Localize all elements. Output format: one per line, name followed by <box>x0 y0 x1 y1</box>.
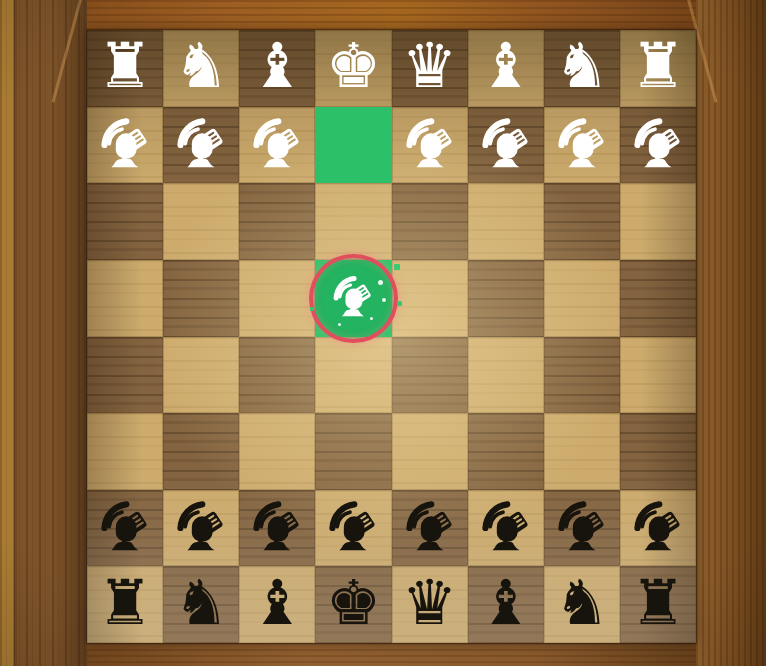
square-f4[interactable] <box>239 260 315 337</box>
black-king: ♚ <box>326 565 382 641</box>
square-g8[interactable]: ♞ <box>163 566 239 643</box>
square-g3[interactable] <box>163 183 239 260</box>
square-e3[interactable] <box>315 183 391 260</box>
board-frame-left <box>0 0 87 666</box>
black-knight: ♞ <box>554 565 610 641</box>
white-rook: ♜ <box>97 28 153 104</box>
white-bishop: ♝ <box>478 28 534 104</box>
white-knight: ♞ <box>554 28 610 104</box>
square-a5[interactable] <box>620 337 696 414</box>
square-d1[interactable]: ♛ <box>392 30 468 107</box>
square-e2[interactable] <box>315 107 391 184</box>
black-pawn-helmet-icon <box>554 500 610 556</box>
black-pawn-helmet-icon <box>402 500 458 556</box>
board-frame-right <box>696 0 766 666</box>
square-a2[interactable] <box>620 107 696 184</box>
white-rook: ♜ <box>630 28 686 104</box>
black-bishop: ♝ <box>478 565 534 641</box>
white-pawn-helmet-icon <box>330 275 376 321</box>
chess-app-screen: ♜♞♝♚♛♝♞♜♜♞♝♚♛♝♞♜ <box>0 0 766 666</box>
square-c2[interactable] <box>468 107 544 184</box>
square-h6[interactable] <box>87 413 163 490</box>
square-e8[interactable]: ♚ <box>315 566 391 643</box>
square-g4[interactable] <box>163 260 239 337</box>
square-a7[interactable] <box>620 490 696 567</box>
black-pawn-helmet-icon <box>173 500 229 556</box>
square-b2[interactable] <box>544 107 620 184</box>
square-a1[interactable]: ♜ <box>620 30 696 107</box>
sparkle <box>378 280 383 285</box>
square-d6[interactable] <box>392 413 468 490</box>
square-f1[interactable]: ♝ <box>239 30 315 107</box>
square-g5[interactable] <box>163 337 239 414</box>
square-h1[interactable]: ♜ <box>87 30 163 107</box>
white-queen: ♛ <box>402 28 458 104</box>
square-d5[interactable] <box>392 337 468 414</box>
square-e7[interactable] <box>315 490 391 567</box>
square-h4[interactable] <box>87 260 163 337</box>
black-pawn-helmet-icon <box>478 500 534 556</box>
square-c5[interactable] <box>468 337 544 414</box>
square-h2[interactable] <box>87 107 163 184</box>
square-g6[interactable] <box>163 413 239 490</box>
white-pawn-helmet-icon <box>249 117 305 173</box>
black-pawn-helmet-icon <box>325 500 381 556</box>
sparkle <box>338 323 341 326</box>
black-pawn-helmet-icon <box>97 500 153 556</box>
square-e1[interactable]: ♚ <box>315 30 391 107</box>
square-e6[interactable] <box>315 413 391 490</box>
square-f8[interactable]: ♝ <box>239 566 315 643</box>
white-king: ♚ <box>326 28 382 104</box>
square-c3[interactable] <box>468 183 544 260</box>
square-f7[interactable] <box>239 490 315 567</box>
square-a3[interactable] <box>620 183 696 260</box>
square-b7[interactable] <box>544 490 620 567</box>
square-f2[interactable] <box>239 107 315 184</box>
black-pawn-helmet-icon <box>249 500 305 556</box>
square-c6[interactable] <box>468 413 544 490</box>
square-d8[interactable]: ♛ <box>392 566 468 643</box>
square-f6[interactable] <box>239 413 315 490</box>
square-e4[interactable] <box>315 260 391 337</box>
square-f3[interactable] <box>239 183 315 260</box>
square-g7[interactable] <box>163 490 239 567</box>
square-b5[interactable] <box>544 337 620 414</box>
sparkle <box>382 298 386 302</box>
black-queen: ♛ <box>402 565 458 641</box>
square-b3[interactable] <box>544 183 620 260</box>
square-h7[interactable] <box>87 490 163 567</box>
white-knight: ♞ <box>173 28 229 104</box>
square-h8[interactable]: ♜ <box>87 566 163 643</box>
square-d3[interactable] <box>392 183 468 260</box>
white-pawn-helmet-icon <box>173 117 229 173</box>
black-rook: ♜ <box>630 565 686 641</box>
black-pawn-helmet-icon <box>630 500 686 556</box>
white-pawn-helmet-icon <box>478 117 534 173</box>
square-b4[interactable] <box>544 260 620 337</box>
square-c1[interactable]: ♝ <box>468 30 544 107</box>
black-knight: ♞ <box>173 565 229 641</box>
black-rook: ♜ <box>97 565 153 641</box>
white-pawn-helmet-icon <box>554 117 610 173</box>
square-a4[interactable] <box>620 260 696 337</box>
white-pawn-helmet-icon <box>630 117 686 173</box>
frame-miter-joint <box>52 0 84 102</box>
square-g1[interactable]: ♞ <box>163 30 239 107</box>
square-c7[interactable] <box>468 490 544 567</box>
white-pawn-helmet-icon <box>97 117 153 173</box>
square-h5[interactable] <box>87 337 163 414</box>
square-f5[interactable] <box>239 337 315 414</box>
square-b1[interactable]: ♞ <box>544 30 620 107</box>
white-pawn-helmet-icon <box>402 117 458 173</box>
square-a6[interactable] <box>620 413 696 490</box>
board-frame-top <box>0 0 766 30</box>
square-b8[interactable]: ♞ <box>544 566 620 643</box>
white-bishop: ♝ <box>250 28 306 104</box>
square-c8[interactable]: ♝ <box>468 566 544 643</box>
square-c4[interactable] <box>468 260 544 337</box>
square-g2[interactable] <box>163 107 239 184</box>
square-e5[interactable] <box>315 337 391 414</box>
square-d2[interactable] <box>392 107 468 184</box>
square-d7[interactable] <box>392 490 468 567</box>
square-a8[interactable]: ♜ <box>620 566 696 643</box>
square-h3[interactable] <box>87 183 163 260</box>
square-d4[interactable] <box>392 260 468 337</box>
black-bishop: ♝ <box>250 565 306 641</box>
board-frame-bottom <box>0 643 766 666</box>
square-b6[interactable] <box>544 413 620 490</box>
chess-board: ♜♞♝♚♛♝♞♜♜♞♝♚♛♝♞♜ <box>87 30 696 643</box>
